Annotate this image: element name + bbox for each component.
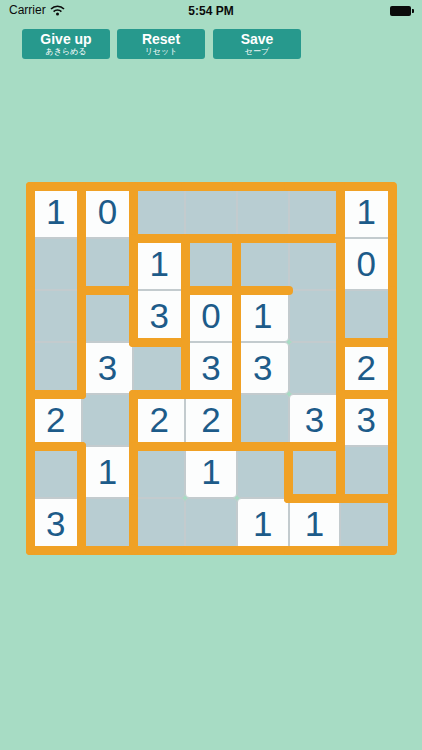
- cell-r6c1[interactable]: [30, 446, 82, 498]
- cell-r7c2[interactable]: [82, 498, 134, 550]
- cell-r6c7[interactable]: [340, 446, 392, 498]
- cell-r7c5[interactable]: 1: [237, 498, 289, 550]
- cell-r2c5[interactable]: [237, 238, 289, 290]
- give-up-button[interactable]: Give up あきらめる: [22, 29, 110, 59]
- cell-r5c1[interactable]: 2: [30, 394, 82, 446]
- cell-r7c6[interactable]: 1: [289, 498, 341, 550]
- cell-r3c5[interactable]: 1: [237, 290, 289, 342]
- cell-r5c7[interactable]: 3: [340, 394, 392, 446]
- cell-r3c4[interactable]: 0: [185, 290, 237, 342]
- cell-r2c6[interactable]: [289, 238, 341, 290]
- cell-r4c6[interactable]: [289, 342, 341, 394]
- cell-r2c3[interactable]: 1: [133, 238, 185, 290]
- cell-r2c1[interactable]: [30, 238, 82, 290]
- cell-r6c3[interactable]: [133, 446, 185, 498]
- cell-r1c4[interactable]: [185, 186, 237, 238]
- cell-r2c7[interactable]: 0: [340, 238, 392, 290]
- cell-r7c4[interactable]: [185, 498, 237, 550]
- cell-r6c2[interactable]: 1: [82, 446, 134, 498]
- cell-r5c5[interactable]: [237, 394, 289, 446]
- cell-r3c1[interactable]: [30, 290, 82, 342]
- cell-r2c2[interactable]: [82, 238, 134, 290]
- cell-r6c5[interactable]: [237, 446, 289, 498]
- cell-r5c2[interactable]: [82, 394, 134, 446]
- cell-r3c6[interactable]: [289, 290, 341, 342]
- cell-r4c3[interactable]: [133, 342, 185, 394]
- reset-button[interactable]: Reset リセット: [117, 29, 205, 59]
- cell-r4c1[interactable]: [30, 342, 82, 394]
- cell-r1c1[interactable]: 1: [30, 186, 82, 238]
- cell-r5c4[interactable]: 2: [185, 394, 237, 446]
- cell-r3c7[interactable]: [340, 290, 392, 342]
- cell-r4c2[interactable]: 3: [82, 342, 134, 394]
- cell-r4c5[interactable]: 3: [237, 342, 289, 394]
- cell-r7c3[interactable]: [133, 498, 185, 550]
- puzzle-board: 1011030133322223311311: [30, 186, 392, 550]
- cell-r4c4[interactable]: 3: [185, 342, 237, 394]
- clock: 5:54 PM: [0, 4, 422, 18]
- save-sublabel: セーブ: [245, 48, 269, 56]
- cell-r5c6[interactable]: 3: [289, 394, 341, 446]
- cell-r1c6[interactable]: [289, 186, 341, 238]
- cell-r3c3[interactable]: 3: [133, 290, 185, 342]
- give-up-label: Give up: [40, 32, 91, 46]
- give-up-sublabel: あきらめる: [46, 48, 87, 56]
- cell-r1c3[interactable]: [133, 186, 185, 238]
- cell-r4c7[interactable]: 2: [340, 342, 392, 394]
- battery-icon: [390, 6, 414, 16]
- reset-label: Reset: [142, 32, 180, 46]
- status-bar: Carrier 5:54 PM: [0, 0, 422, 22]
- cell-r7c7[interactable]: [340, 498, 392, 550]
- save-label: Save: [241, 32, 274, 46]
- reset-sublabel: リセット: [145, 48, 178, 56]
- cell-r6c6[interactable]: [289, 446, 341, 498]
- cell-r6c4[interactable]: 1: [185, 446, 237, 498]
- toolbar: Give up あきらめる Reset リセット Save セーブ: [0, 29, 422, 59]
- save-button[interactable]: Save セーブ: [213, 29, 301, 59]
- cell-r1c5[interactable]: [237, 186, 289, 238]
- cell-r7c1[interactable]: 3: [30, 498, 82, 550]
- cell-r1c7[interactable]: 1: [340, 186, 392, 238]
- cell-r2c4[interactable]: [185, 238, 237, 290]
- cell-r1c2[interactable]: 0: [82, 186, 134, 238]
- cell-r5c3[interactable]: 2: [133, 394, 185, 446]
- cell-r3c2[interactable]: [82, 290, 134, 342]
